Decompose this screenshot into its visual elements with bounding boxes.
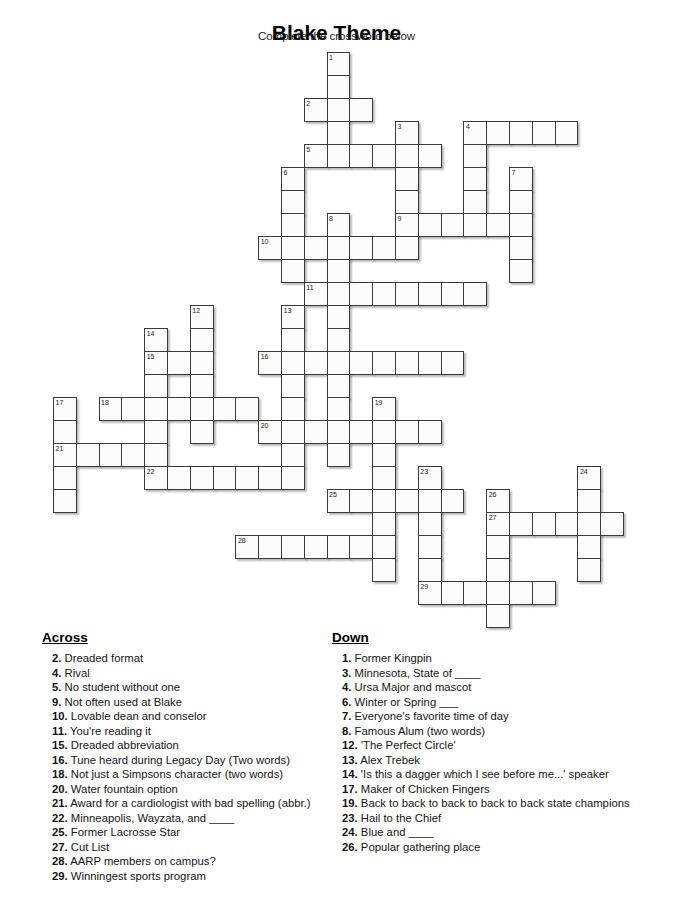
grid-cell-r12c4[interactable]: 14 <box>144 328 168 352</box>
grid-cell-r10c11[interactable]: 11 <box>304 282 328 306</box>
cell-number-18: 18 <box>101 399 109 407</box>
down-clue-6: 6. Winter or Spring ___ <box>342 695 637 710</box>
down-clue-14: 14. 'Is this a dagger which I see before… <box>342 767 637 782</box>
grid-cell-r15c8[interactable] <box>235 397 259 421</box>
grid-cell-r7c19[interactable] <box>486 213 510 237</box>
across-header: Across <box>42 630 334 646</box>
grid-cell-r3c12[interactable] <box>327 121 351 145</box>
across-clue-5: 5. No student without one <box>52 680 334 695</box>
grid-cell-r17c12[interactable] <box>327 443 351 467</box>
grid-cell-r16c16[interactable] <box>418 420 442 444</box>
cell-number-5: 5 <box>306 146 310 154</box>
grid-cell-r17c2[interactable] <box>99 443 123 467</box>
grid-cell-r13c10[interactable] <box>281 351 305 375</box>
grid-cell-r9c20[interactable] <box>509 259 533 283</box>
across-clue-list: 2. Dreaded format4. Rival5. No student w… <box>42 651 334 883</box>
grid-cell-r3c18[interactable]: 4 <box>463 121 487 145</box>
grid-cell-r6c15[interactable] <box>395 190 419 214</box>
grid-cell-r13c14[interactable] <box>372 351 396 375</box>
grid-cell-r13c13[interactable] <box>349 351 373 375</box>
grid-cell-r21c23[interactable] <box>577 535 601 559</box>
grid-cell-r8c11[interactable] <box>304 236 328 260</box>
grid-cell-r21c9[interactable] <box>258 535 282 559</box>
cell-number-8: 8 <box>329 215 333 223</box>
grid-cell-r15c6[interactable] <box>190 397 214 421</box>
grid-cell-r3c21[interactable] <box>532 121 556 145</box>
down-clue-13: 13. Alex Trebek <box>342 753 637 768</box>
grid-cell-r8c10[interactable] <box>281 236 305 260</box>
grid-cell-r8c15[interactable] <box>395 236 419 260</box>
grid-cell-r19c17[interactable] <box>441 489 465 513</box>
clue-number: 23. <box>342 812 358 824</box>
grid-cell-r8c13[interactable] <box>349 236 373 260</box>
grid-cell-r17c14[interactable] <box>372 443 396 467</box>
clue-number: 19. <box>342 797 358 809</box>
down-clue-24: 24. Blue and ____ <box>342 825 637 840</box>
grid-cell-r1c12[interactable] <box>327 75 351 99</box>
across-clue-21: 21. Award for a cardiologist with bad sp… <box>52 796 334 811</box>
grid-cell-r7c18[interactable] <box>463 213 487 237</box>
cell-number-15: 15 <box>147 353 155 361</box>
grid-cell-r12c6[interactable] <box>190 328 214 352</box>
grid-cell-r22c14[interactable] <box>372 558 396 582</box>
grid-cell-r8c20[interactable] <box>509 236 533 260</box>
grid-cell-r8c14[interactable] <box>372 236 396 260</box>
grid-cell-r10c14[interactable] <box>372 282 396 306</box>
grid-cell-r10c17[interactable] <box>441 282 465 306</box>
clue-number: 28. <box>52 855 68 867</box>
grid-cell-r15c14[interactable]: 19 <box>372 397 396 421</box>
grid-cell-r18c9[interactable] <box>258 466 282 490</box>
grid-cell-r7c17[interactable] <box>441 213 465 237</box>
grid-cell-r18c14[interactable] <box>372 466 396 490</box>
grid-cell-r5c15[interactable] <box>395 167 419 191</box>
across-clue-22: 22. Minneapolis, Wayzata, and ____ <box>52 811 334 826</box>
grid-cell-r13c11[interactable] <box>304 351 328 375</box>
grid-cell-r16c14[interactable] <box>372 420 396 444</box>
across-clue-27: 27. Cut List <box>52 840 334 855</box>
clue-number: 11. <box>52 725 67 737</box>
grid-cell-r10c15[interactable] <box>395 282 419 306</box>
grid-cell-r6c20[interactable] <box>509 190 533 214</box>
grid-cell-r21c16[interactable] <box>418 535 442 559</box>
cell-number-25: 25 <box>329 491 337 499</box>
clue-number: 15. <box>52 739 68 751</box>
clue-number: 17. <box>342 783 358 795</box>
grid-cell-r22c19[interactable] <box>486 558 510 582</box>
grid-cell-r2c12[interactable] <box>327 98 351 122</box>
cell-number-28: 28 <box>238 537 246 545</box>
grid-cell-r19c19[interactable]: 26 <box>486 489 510 513</box>
grid-cell-r3c20[interactable] <box>509 121 533 145</box>
grid-cell-r4c14[interactable] <box>372 144 396 168</box>
grid-cell-r21c10[interactable] <box>281 535 305 559</box>
across-clue-20: 20. Water fountain option <box>52 782 334 797</box>
grid-cell-r13c17[interactable] <box>441 351 465 375</box>
grid-cell-r3c19[interactable] <box>486 121 510 145</box>
grid-cell-r9c12[interactable] <box>327 259 351 283</box>
grid-cell-r16c6[interactable] <box>190 420 214 444</box>
across-clue-16: 16. Tune heard during Legacy Day (Two wo… <box>52 753 334 768</box>
grid-cell-r19c16[interactable] <box>418 489 442 513</box>
clue-number: 4. <box>52 667 61 679</box>
grid-cell-r15c3[interactable] <box>121 397 145 421</box>
grid-cell-r20c16[interactable] <box>418 512 442 536</box>
grid-cell-r13c16[interactable] <box>418 351 442 375</box>
grid-cell-r4c11[interactable]: 5 <box>304 144 328 168</box>
cell-number-4: 4 <box>466 123 470 131</box>
grid-cell-r14c12[interactable] <box>327 374 351 398</box>
grid-cell-r16c13[interactable] <box>349 420 373 444</box>
grid-cell-r6c18[interactable] <box>463 190 487 214</box>
grid-cell-r20c22[interactable] <box>555 512 579 536</box>
grid-cell-r20c23[interactable] <box>577 512 601 536</box>
clue-number: 24. <box>342 826 358 838</box>
clue-number: 8. <box>342 725 351 737</box>
grid-cell-r18c6[interactable] <box>190 466 214 490</box>
grid-cell-r21c14[interactable] <box>372 535 396 559</box>
grid-cell-r4c16[interactable] <box>418 144 442 168</box>
grid-cell-r10c18[interactable] <box>463 282 487 306</box>
clue-number: 25. <box>52 826 68 838</box>
grid-cell-r13c15[interactable] <box>395 351 419 375</box>
grid-cell-r14c6[interactable] <box>190 374 214 398</box>
grid-cell-r18c7[interactable] <box>213 466 237 490</box>
grid-cell-r3c22[interactable] <box>555 121 579 145</box>
clue-number: 4. <box>342 681 351 693</box>
grid-cell-r13c9[interactable]: 16 <box>258 351 282 375</box>
down-clue-23: 23. Hail to the Chief <box>342 811 637 826</box>
cell-number-24: 24 <box>580 468 588 476</box>
grid-cell-r0c12[interactable]: 1 <box>327 52 351 76</box>
grid-cell-r23c19[interactable] <box>486 581 510 605</box>
cell-number-17: 17 <box>56 399 64 407</box>
grid-cell-r15c2[interactable]: 18 <box>99 397 123 421</box>
grid-cell-r18c5[interactable] <box>167 466 191 490</box>
grid-cell-r15c5[interactable] <box>167 397 191 421</box>
grid-cell-r20c21[interactable] <box>532 512 556 536</box>
clue-number: 16. <box>52 754 68 766</box>
down-clue-7: 7. Everyone's favorite time of day <box>342 709 637 724</box>
across-clue-15: 15. Dreaded abbreviation <box>52 738 334 753</box>
cell-number-29: 29 <box>420 583 428 591</box>
grid-cell-r9c10[interactable] <box>281 259 305 283</box>
grid-cell-r17c3[interactable] <box>121 443 145 467</box>
grid-cell-r15c0[interactable]: 17 <box>53 397 77 421</box>
grid-cell-r18c0[interactable] <box>53 466 77 490</box>
grid-cell-r20c24[interactable] <box>600 512 624 536</box>
grid-cell-r8c9[interactable]: 10 <box>258 236 282 260</box>
clue-number: 3. <box>342 667 351 679</box>
grid-cell-r18c10[interactable] <box>281 466 305 490</box>
across-clue-10: 10. Lovable dean and conselor <box>52 709 334 724</box>
grid-cell-r13c6[interactable] <box>190 351 214 375</box>
clue-number: 9. <box>52 696 61 708</box>
cell-number-26: 26 <box>489 491 497 499</box>
grid-cell-r7c16[interactable] <box>418 213 442 237</box>
grid-cell-r7c12[interactable]: 8 <box>327 213 351 237</box>
down-clue-1: 1. Former Kingpin <box>342 651 637 666</box>
clue-number: 2. <box>52 652 61 664</box>
grid-cell-r19c0[interactable] <box>53 489 77 513</box>
grid-cell-r24c19[interactable] <box>486 604 510 628</box>
grid-cell-r21c11[interactable] <box>304 535 328 559</box>
grid-cell-r12c10[interactable] <box>281 328 305 352</box>
grid-cell-r10c16[interactable] <box>418 282 442 306</box>
grid-cell-r19c13[interactable] <box>349 489 373 513</box>
across-clue-2: 2. Dreaded format <box>52 651 334 666</box>
grid-cell-r11c12[interactable] <box>327 305 351 329</box>
grid-cell-r15c10[interactable] <box>281 397 305 421</box>
grid-cell-r7c10[interactable] <box>281 213 305 237</box>
clue-number: 14. <box>342 768 358 780</box>
grid-cell-r16c9[interactable]: 20 <box>258 420 282 444</box>
clue-number: 1. <box>342 652 351 664</box>
grid-cell-r15c4[interactable] <box>144 397 168 421</box>
grid-cell-r22c16[interactable] <box>418 558 442 582</box>
page-subtitle: Complete the crossword below <box>0 30 673 42</box>
grid-cell-r22c23[interactable] <box>577 558 601 582</box>
down-clue-17: 17. Maker of Chicken Fingers <box>342 782 637 797</box>
clue-number: 7. <box>342 710 351 722</box>
grid-cell-r4c12[interactable] <box>327 144 351 168</box>
clue-number: 29. <box>52 870 68 882</box>
grid-cell-r23c21[interactable] <box>532 581 556 605</box>
grid-cell-r23c16[interactable]: 29 <box>418 581 442 605</box>
grid-cell-r16c4[interactable] <box>144 420 168 444</box>
grid-cell-r17c1[interactable] <box>76 443 100 467</box>
clue-number: 22. <box>52 812 68 824</box>
grid-cell-r18c4[interactable]: 22 <box>144 466 168 490</box>
cell-number-6: 6 <box>284 169 288 177</box>
down-clue-8: 8. Famous Alum (two words) <box>342 724 637 739</box>
cell-number-10: 10 <box>261 238 269 246</box>
grid-cell-r5c18[interactable] <box>463 167 487 191</box>
grid-cell-r20c20[interactable] <box>509 512 533 536</box>
across-clue-29: 29. Winningest sports program <box>52 869 334 884</box>
cell-number-20: 20 <box>261 422 269 430</box>
across-clue-28: 28. AARP members on campus? <box>52 854 334 869</box>
grid-cell-r19c12[interactable]: 25 <box>327 489 351 513</box>
clue-number: 20. <box>52 783 68 795</box>
grid-cell-r2c11[interactable]: 2 <box>304 98 328 122</box>
grid-cell-r4c18[interactable] <box>463 144 487 168</box>
grid-cell-r3c15[interactable]: 3 <box>395 121 419 145</box>
clue-number: 26. <box>342 841 358 853</box>
grid-cell-r13c12[interactable] <box>327 351 351 375</box>
cell-number-14: 14 <box>147 330 155 338</box>
grid-cell-r15c12[interactable] <box>327 397 351 421</box>
grid-cell-r6c10[interactable] <box>281 190 305 214</box>
cell-number-19: 19 <box>375 399 383 407</box>
grid-cell-r13c5[interactable] <box>167 351 191 375</box>
cell-number-16: 16 <box>261 353 269 361</box>
grid-cell-r23c20[interactable] <box>509 581 533 605</box>
clue-number: 5. <box>52 681 61 693</box>
down-clue-list: 1. Former Kingpin3. Minnesota, State of … <box>332 651 637 854</box>
clue-number: 12. <box>342 739 358 751</box>
across-clue-9: 9. Not often used at Blake <box>52 695 334 710</box>
cell-number-2: 2 <box>306 100 310 108</box>
cell-number-13: 13 <box>284 307 292 315</box>
grid-cell-r14c4[interactable] <box>144 374 168 398</box>
clue-number: 13. <box>342 754 358 766</box>
grid-cell-r2c13[interactable] <box>349 98 373 122</box>
grid-cell-r12c12[interactable] <box>327 328 351 352</box>
grid-cell-r18c23[interactable]: 24 <box>577 466 601 490</box>
across-clue-11: 11. You're reading it <box>52 724 334 739</box>
cell-number-21: 21 <box>56 445 64 453</box>
grid-cell-r8c12[interactable] <box>327 236 351 260</box>
down-clue-4: 4. Ursa Major and mascot <box>342 680 637 695</box>
crossword-grid: 1234567891011121314151617181920212223242… <box>53 52 625 629</box>
grid-cell-r23c18[interactable] <box>463 581 487 605</box>
grid-cell-r4c15[interactable] <box>395 144 419 168</box>
grid-cell-r19c14[interactable] <box>372 489 396 513</box>
down-clue-26: 26. Popular gathering place <box>342 840 637 855</box>
grid-cell-r17c4[interactable] <box>144 443 168 467</box>
grid-cell-r16c0[interactable] <box>53 420 77 444</box>
grid-cell-r14c10[interactable] <box>281 374 305 398</box>
down-clue-3: 3. Minnesota, State of ____ <box>342 666 637 681</box>
grid-cell-r21c13[interactable] <box>349 535 373 559</box>
grid-cell-r21c12[interactable] <box>327 535 351 559</box>
grid-cell-r16c10[interactable] <box>281 420 305 444</box>
clue-number: 18. <box>52 768 68 780</box>
grid-cell-r5c10[interactable]: 6 <box>281 167 305 191</box>
grid-cell-r19c23[interactable] <box>577 489 601 513</box>
down-clue-19: 19. Back to back to back to back to back… <box>342 796 637 811</box>
cell-number-9: 9 <box>398 215 402 223</box>
cell-number-7: 7 <box>512 169 516 177</box>
cell-number-3: 3 <box>398 123 402 131</box>
grid-cell-r13c4[interactable]: 15 <box>144 351 168 375</box>
cell-number-11: 11 <box>306 284 313 292</box>
grid-cell-r15c7[interactable] <box>213 397 237 421</box>
clue-number: 6. <box>342 696 351 708</box>
cell-number-12: 12 <box>192 307 200 315</box>
grid-cell-r5c20[interactable]: 7 <box>509 167 533 191</box>
grid-cell-r18c8[interactable] <box>235 466 259 490</box>
clue-number: 27. <box>52 841 68 853</box>
grid-cell-r10c13[interactable] <box>349 282 373 306</box>
down-clues-section: Down 1. Former Kingpin3. Minnesota, Stat… <box>332 630 637 854</box>
grid-cell-r21c19[interactable] <box>486 535 510 559</box>
across-clue-4: 4. Rival <box>52 666 334 681</box>
grid-cell-r17c10[interactable] <box>281 443 305 467</box>
clue-number: 21. <box>52 797 68 809</box>
grid-cell-r18c16[interactable]: 23 <box>418 466 442 490</box>
grid-cell-r16c11[interactable] <box>304 420 328 444</box>
grid-cell-r17c0[interactable]: 21 <box>53 443 77 467</box>
grid-cell-r10c12[interactable] <box>327 282 351 306</box>
down-header: Down <box>332 630 637 646</box>
cell-number-23: 23 <box>420 468 428 476</box>
cell-number-1: 1 <box>329 54 333 62</box>
grid-cell-r20c14[interactable] <box>372 512 396 536</box>
grid-cell-r20c19[interactable]: 27 <box>486 512 510 536</box>
grid-cell-r19c15[interactable] <box>395 489 419 513</box>
grid-cell-r16c15[interactable] <box>395 420 419 444</box>
grid-cell-r4c13[interactable] <box>349 144 373 168</box>
clue-number: 10. <box>52 710 68 722</box>
grid-cell-r11c10[interactable]: 13 <box>281 305 305 329</box>
across-clue-25: 25. Former Lacrosse Star <box>52 825 334 840</box>
grid-cell-r23c17[interactable] <box>441 581 465 605</box>
grid-cell-r7c20[interactable] <box>509 213 533 237</box>
across-clue-18: 18. Not just a Simpsons character (two w… <box>52 767 334 782</box>
across-clues-section: Across 2. Dreaded format4. Rival5. No st… <box>42 630 334 883</box>
down-clue-12: 12. 'The Perfect Circle' <box>342 738 637 753</box>
grid-cell-r21c8[interactable]: 28 <box>235 535 259 559</box>
grid-cell-r7c15[interactable]: 9 <box>395 213 419 237</box>
grid-cell-r11c6[interactable]: 12 <box>190 305 214 329</box>
grid-cell-r16c12[interactable] <box>327 420 351 444</box>
cell-number-27: 27 <box>489 514 497 522</box>
cell-number-22: 22 <box>147 468 155 476</box>
